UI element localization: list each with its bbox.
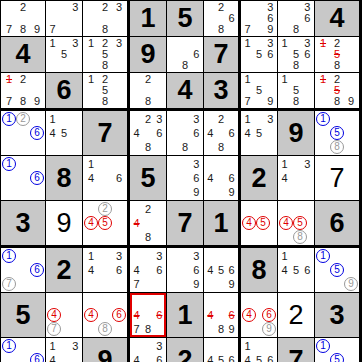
candidate-grid: 158 [315,111,359,155]
cell-r7c9[interactable]: 159 [315,248,359,293]
candidate-5: 5 [256,49,262,60]
candidate-5-rc: 5 [256,216,270,230]
candidate-grid: 13568 [278,37,314,72]
candidate-6: 6 [229,13,235,24]
candidate-5: 5 [256,355,262,362]
candidate-grid: 469 [241,293,277,337]
cell-r5c6[interactable]: 469 [204,156,241,201]
given-value: 6 [329,210,344,237]
candidate-4-rc: 4 [84,216,98,230]
cell-r6c8[interactable]: 458 [278,201,315,248]
candidate-8: 8 [182,60,188,71]
cell-r8c9[interactable]: 3 [315,293,359,338]
candidate-grid: 167 [1,248,45,292]
cell-r2c8[interactable]: 13568 [278,37,315,73]
candidate-4: 4 [282,173,288,184]
candidate-8: 8 [218,142,224,153]
cell-r8c2[interactable]: 47 [46,293,83,338]
candidate-6: 6 [267,355,273,362]
candidate-grid: 369 [167,248,203,292]
candidate-9: 9 [34,96,40,107]
candidate-6-rc: 6 [262,308,276,322]
candidate-2-gc: 2 [98,202,112,216]
cell-r1c8[interactable]: 368 [278,1,315,37]
candidate-2: 2 [145,114,151,125]
cell-r5c3[interactable]: 146 [83,156,130,201]
candidate-grid: 4568 [204,338,238,362]
cell-r2c3[interactable]: 12358 [83,37,130,73]
given-value: 5 [140,165,155,192]
cell-r3c5[interactable]: 4 [167,73,204,111]
candidate-9: 9 [348,96,354,107]
candidate-grid: 4678 [130,293,166,337]
cell-r9c5[interactable]: 2 [167,338,204,362]
given-value: 8 [56,165,71,192]
candidate-grid: 16 [1,156,45,200]
candidate-7: 7 [245,96,251,107]
candidate-grid: 3468 [130,338,166,362]
candidate-1: 1 [245,74,251,85]
cell-r3c2[interactable]: 6 [46,73,83,111]
candidate-2: 2 [102,2,108,13]
cell-r9c1[interactable]: 168 [1,338,46,362]
cell-r1c5[interactable]: 5 [167,1,204,37]
candidate-6-bc: 6 [30,263,44,277]
candidate-9: 9 [267,24,273,35]
given-value: 5 [15,302,30,329]
cell-r1c3[interactable]: 238 [83,1,130,37]
candidate-4: 4 [207,355,213,362]
cell-r6c7[interactable]: 45 [241,201,278,248]
candidate-grid: 268 [204,1,238,36]
cell-r4c7[interactable]: 1345 [241,111,278,156]
candidate-6: 6 [229,173,235,184]
candidate-3: 3 [72,38,78,49]
cell-r6c6[interactable]: 1 [204,201,241,248]
candidate-4: 4 [88,265,94,276]
candidate-9: 9 [193,279,199,290]
cell-r6c3[interactable]: 245 [83,201,130,248]
given-value: 9 [288,120,303,147]
cell-r6c1[interactable]: 3 [1,201,46,248]
candidate-1-bc: 1 [316,249,330,263]
candidate-2: 2 [218,2,224,13]
candidate-grid: 4689 [204,293,238,337]
cell-r9c3[interactable]: 9 [83,338,130,362]
cell-r9c6[interactable]: 4568 [204,338,241,362]
candidate-grid: 134 [46,338,82,362]
candidate-8: 8 [293,24,299,35]
candidate-grid: 23468 [130,111,166,155]
candidate-8: 8 [145,232,151,243]
cell-r2c7[interactable]: 1356 [241,37,278,73]
given-value: 1 [140,5,155,32]
candidate-6: 6 [156,128,162,139]
candidate-1: 1 [88,74,94,85]
candidate-4: 4 [50,355,56,362]
cell-r1c4[interactable]: 1 [130,1,167,37]
cell-r5c7[interactable]: 2 [241,156,278,201]
candidate-6: 6 [267,49,273,60]
candidate-4: 4 [245,128,251,139]
cell-r2c4[interactable]: 9 [130,37,167,73]
candidate-4-rc: 4 [242,216,256,230]
cell-r2c6[interactable]: 7 [204,37,241,73]
cell-r3c9[interactable]: 12589 [315,73,359,111]
candidate-8-gc: 8 [293,230,307,244]
cell-r8c6[interactable]: 4689 [204,293,241,338]
candidate-1: 1 [245,114,251,125]
candidate-8: 8 [102,96,108,107]
cell-r8c1[interactable]: 5 [1,293,46,338]
candidate-7: 7 [245,24,251,35]
candidate-1: 1 [88,38,94,49]
candidate-grid: 28 [130,73,166,108]
candidate-grid: 135 [46,37,82,72]
cell-r1c2[interactable]: 37 [46,1,83,37]
candidate-1: 1 [50,38,56,49]
candidate-grid: 1456 [278,248,314,292]
candidate-3: 3 [116,38,122,49]
cell-r3c3[interactable]: 1258 [83,73,130,111]
candidate-grid: 1345 [241,111,277,155]
cell-r5c5[interactable]: 369 [167,156,204,201]
given-value: 8 [251,257,266,284]
candidate-3: 3 [193,159,199,170]
candidate-9: 9 [229,279,235,290]
candidate-4-rs: 4 [207,310,213,321]
candidate-5-bc: 5 [330,353,344,362]
solved-value: 9 [56,210,71,237]
candidate-grid: 159 [315,248,359,292]
cell-r6c2[interactable]: 9 [46,201,83,248]
candidate-8: 8 [334,60,340,71]
cell-r8c5[interactable]: 1 [167,293,204,338]
cell-r8c7[interactable]: 469 [241,293,278,338]
candidate-5-bc: 5 [330,126,344,140]
candidate-grid: 1258 [83,73,127,108]
candidate-6: 6 [156,265,162,276]
candidate-6: 6 [304,49,310,60]
cell-r9c4[interactable]: 3468 [130,338,167,362]
cell-r6c4[interactable]: 248 [130,201,167,248]
candidate-8: 8 [182,142,188,153]
candidate-4-rc: 4 [279,216,293,230]
given-value: 5 [177,5,192,32]
cell-r7c2[interactable]: 2 [46,248,83,293]
given-value: 2 [177,347,192,362]
candidate-4: 4 [50,128,56,139]
cell-r4c6[interactable]: 2468 [204,111,241,156]
candidate-1-bc: 1 [2,339,16,353]
candidate-grid: 12589 [315,73,359,108]
cell-r6c5[interactable]: 7 [167,201,204,248]
solved-value: 7 [329,165,344,192]
given-value: 7 [213,41,228,68]
candidate-8-gc: 8 [330,140,344,154]
candidate-6-rc: 6 [112,308,126,322]
candidate-1: 1 [282,38,288,49]
candidate-3: 3 [72,341,78,352]
candidate-8: 8 [145,142,151,153]
cell-r9c7[interactable]: 1456 [241,338,278,362]
candidate-3: 3 [116,2,122,13]
candidate-9: 9 [229,187,235,198]
candidate-3: 3 [156,341,162,352]
given-value: 7 [288,347,303,362]
candidate-grid: 238 [83,1,127,36]
candidate-3: 3 [72,2,78,13]
candidate-3: 3 [193,251,199,262]
candidate-grid: 1258 [315,37,359,72]
candidate-grid: 134 [278,156,314,200]
candidate-grid: 2468 [204,111,238,155]
candidate-7: 7 [50,24,56,35]
candidate-5-rc: 5 [293,216,307,230]
cell-r4c4[interactable]: 23468 [130,111,167,156]
cell-r1c6[interactable]: 268 [204,1,241,37]
cell-r2c2[interactable]: 135 [46,37,83,73]
candidate-7-gc: 7 [2,277,16,291]
candidate-6: 6 [229,355,235,362]
candidate-grid: 3467 [130,248,166,292]
candidate-grid: 12358 [83,37,127,72]
candidate-7: 7 [6,24,12,35]
cell-r3c4[interactable]: 28 [130,73,167,111]
candidate-4: 4 [207,265,213,276]
candidate-9-gc: 9 [344,277,358,291]
cell-r5c8[interactable]: 134 [278,156,315,201]
candidate-1: 1 [50,114,56,125]
candidate-6: 6 [193,128,199,139]
candidate-4: 4 [207,128,213,139]
candidate-6-bc: 6 [30,126,44,140]
given-value: 6 [56,77,71,104]
candidate-grid: 1356 [241,37,277,72]
candidate-3: 3 [156,114,162,125]
candidate-grid: 1579 [241,73,277,108]
cell-r3c7[interactable]: 1579 [241,73,278,111]
candidate-5: 5 [218,265,224,276]
candidate-5: 5 [61,49,67,60]
cell-r5c4[interactable]: 5 [130,156,167,201]
candidate-1: 1 [245,341,251,352]
cell-r9c8[interactable]: 7 [278,338,315,362]
cell-r4c8[interactable]: 9 [278,111,315,156]
candidate-5: 5 [61,128,67,139]
cell-r2c9[interactable]: 1258 [315,37,359,73]
candidate-grid: 245 [83,201,127,245]
candidate-6: 6 [193,173,199,184]
given-value: 7 [97,120,112,147]
candidate-9-gc: 9 [262,322,276,336]
candidate-4: 4 [207,173,213,184]
candidate-7: 7 [134,279,140,290]
cell-r1c7[interactable]: 3679 [241,1,278,37]
given-value: 4 [329,5,344,32]
given-value: 1 [213,210,228,237]
candidate-8: 8 [293,96,299,107]
cell-r8c3[interactable]: 468 [83,293,130,338]
candidate-grid: 47 [46,293,82,337]
candidate-5-bc: 5 [330,263,344,277]
candidate-grid: 368 [167,111,203,155]
candidate-1: 1 [245,38,251,49]
candidate-6: 6 [304,265,310,276]
candidate-grid: 145 [46,111,82,155]
candidate-3: 3 [193,114,199,125]
candidate-grid: 2789 [1,1,45,36]
cell-r7c1[interactable]: 167 [1,248,46,293]
given-value: 7 [177,210,192,237]
candidate-grid: 45 [241,201,277,245]
cell-r8c4-highlighted[interactable]: 4678 [130,293,167,338]
cell-r3c6[interactable]: 3 [204,73,241,111]
candidate-grid: 146 [83,156,127,200]
candidate-grid: 3679 [241,1,277,36]
sudoku-board: 2789372381526836793684413512358968713561… [0,0,362,362]
cell-r1c9[interactable]: 4 [315,1,359,37]
given-value: 9 [140,41,155,68]
candidate-3: 3 [267,114,273,125]
candidate-5-rc: 5 [98,216,112,230]
cell-r7c5[interactable]: 369 [167,248,204,293]
candidate-8-gc: 8 [98,322,112,336]
candidate-4-rs: 4 [134,310,140,321]
cell-r4c5[interactable]: 368 [167,111,204,156]
candidate-6-bc: 6 [30,353,44,362]
given-value: 2 [56,257,71,284]
candidate-grid: 369 [167,156,203,200]
candidate-grid: 126 [1,111,45,155]
candidate-3: 3 [304,159,310,170]
cell-r6c9[interactable]: 6 [315,201,359,248]
candidate-grid: 15 [315,338,359,362]
candidate-9: 9 [229,324,235,335]
cell-r5c2[interactable]: 8 [46,156,83,201]
candidate-1: 1 [50,341,56,352]
candidate-8: 8 [102,24,108,35]
cell-r9c9[interactable]: 15 [315,338,359,362]
cell-r3c1[interactable]: 12789 [1,73,46,111]
cell-r4c3[interactable]: 7 [83,111,130,156]
candidate-4: 4 [282,265,288,276]
candidate-grid: 1456 [241,338,277,362]
cell-r7c6[interactable]: 4569 [204,248,241,293]
candidate-2-gc: 2 [16,112,30,126]
given-value: 3 [15,210,30,237]
candidate-2: 2 [145,204,151,215]
candidate-4: 4 [134,355,140,362]
candidate-8: 8 [102,60,108,71]
candidate-1-rs: 1 [320,38,326,49]
cell-r5c9[interactable]: 7 [315,156,359,201]
given-value: 3 [329,302,344,329]
candidate-grid: 168 [1,338,45,362]
candidate-1: 1 [282,251,288,262]
candidate-9: 9 [193,187,199,198]
candidate-6: 6 [116,265,122,276]
cell-r3c8[interactable]: 158 [278,73,315,111]
cell-r4c2[interactable]: 145 [46,111,83,156]
cell-r2c1[interactable]: 4 [1,37,46,73]
candidate-4-rs: 4 [134,218,140,229]
candidate-4-rc: 4 [47,308,61,322]
candidate-1: 1 [88,159,94,170]
candidate-2: 2 [20,2,26,13]
candidate-grid: 368 [278,1,314,36]
candidate-1-bc: 1 [2,249,16,263]
candidate-4-rc: 4 [242,308,256,322]
candidate-6-rs: 6 [156,310,162,321]
candidate-8: 8 [334,96,340,107]
solved-value: 2 [288,302,303,329]
candidate-grid: 158 [278,73,314,108]
cell-r7c4[interactable]: 3467 [130,248,167,293]
cell-r5c1[interactable]: 16 [1,156,46,201]
candidate-1: 1 [282,159,288,170]
candidate-1: 1 [88,251,94,262]
candidate-5: 5 [256,128,262,139]
given-value: 1 [177,302,192,329]
candidate-6: 6 [229,265,235,276]
candidate-8: 8 [145,96,151,107]
candidate-6-rs: 6 [229,310,235,321]
candidate-4: 4 [134,265,140,276]
candidate-6: 6 [193,49,199,60]
candidate-5: 5 [293,265,299,276]
candidate-8: 8 [293,60,299,71]
cell-r7c3[interactable]: 1346 [83,248,130,293]
candidate-8: 8 [145,324,151,335]
candidate-6: 6 [229,128,235,139]
candidate-3: 3 [156,251,162,262]
candidate-grid: 469 [204,156,238,200]
cell-r8c8[interactable]: 2 [278,293,315,338]
cell-r4c9[interactable]: 158 [315,111,359,156]
candidate-4-rc: 4 [84,308,98,322]
candidate-grid: 248 [130,201,166,245]
candidate-4: 4 [88,173,94,184]
candidate-1: 1 [282,74,288,85]
candidate-grid: 68 [167,37,203,72]
candidate-5: 5 [218,355,224,362]
given-value: 3 [213,77,228,104]
candidate-1-bc: 1 [316,112,330,126]
candidate-grid: 37 [46,1,82,36]
candidate-grid: 4569 [204,248,238,292]
candidate-4: 4 [134,128,140,139]
candidate-6: 6 [116,173,122,184]
given-value: 4 [177,77,192,104]
candidate-3: 3 [116,251,122,262]
candidate-2: 2 [218,114,224,125]
candidate-grid: 12789 [1,73,45,108]
cell-r4c1[interactable]: 126 [1,111,46,156]
candidate-8: 8 [20,96,26,107]
candidate-9: 9 [267,96,273,107]
cell-r7c7[interactable]: 8 [241,248,278,293]
candidate-7: 7 [134,324,140,335]
cell-r9c2[interactable]: 134 [46,338,83,362]
cell-r7c8[interactable]: 1456 [278,248,315,293]
candidate-grid: 458 [278,201,314,245]
given-value: 9 [97,347,112,362]
candidate-1-bc: 1 [316,339,330,353]
cell-r1c1[interactable]: 2789 [1,1,46,37]
cell-r2c5[interactable]: 68 [167,37,204,73]
candidate-6-bc: 6 [30,171,44,185]
